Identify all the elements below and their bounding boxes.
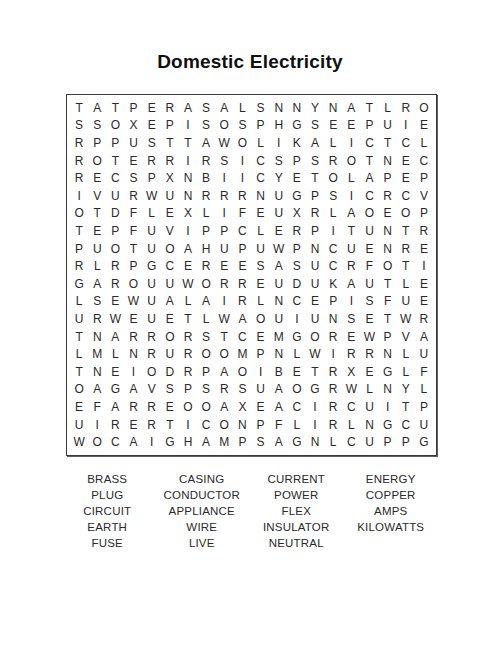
grid-cell-r5c16: L [342,169,360,187]
grid-cell-r3c7: T [179,134,197,152]
grid-cell-r4c15: R [324,152,342,170]
grid-cell-r13c7: T [179,310,197,328]
grid-cell-r15c15: I [324,345,342,363]
grid-cell-r6c8: R [197,187,215,205]
grid-cell-r13c11: O [251,310,269,328]
grid-cell-r4c1: R [70,152,88,170]
grid-cell-r6c10: R [233,187,251,205]
grid-cell-r11c4: O [124,275,142,293]
grid-cell-r13c3: W [106,310,124,328]
grid-cell-r10c3: R [106,257,124,275]
worksheet-page: Domestic Electricity TATPERASALSNNYNATLR… [0,0,500,647]
grid-cell-r9c7: A [179,240,197,258]
grid-cell-r1c4: P [124,99,142,117]
grid-cell-r1c10: L [233,99,251,117]
word-item: COPPER [366,487,416,503]
grid-cell-r8c10: C [233,222,251,240]
grid-cell-r5c13: E [288,169,306,187]
grid-cell-r8c13: R [288,222,306,240]
grid-cell-r3c15: L [324,134,342,152]
grid-cell-r18c15: R [324,398,342,416]
grid-cell-r9c16: U [342,240,360,258]
grid-cell-r20c19: P [397,433,415,451]
grid-cell-r2c12: H [270,117,288,135]
grid-cell-r4c19: E [397,152,415,170]
grid-cell-r15c20: U [415,345,433,363]
grid-cell-r13c15: N [324,310,342,328]
grid-cell-r12c16: I [342,293,360,311]
grid-cell-r17c12: A [270,381,288,399]
grid-cell-r15c10: M [233,345,251,363]
grid-cell-r9c11: U [251,240,269,258]
grid-cell-r4c16: O [342,152,360,170]
grid-cell-r10c4: P [124,257,142,275]
word-item: LIVE [189,535,215,551]
grid-cell-r5c12: Y [270,169,288,187]
grid-cell-r3c18: T [379,134,397,152]
grid-cell-r4c5: R [143,152,161,170]
grid-cell-r11c19: L [397,275,415,293]
grid-cell-r15c4: N [124,345,142,363]
grid-cell-r16c1: T [70,363,88,381]
grid-cell-r14c8: S [197,328,215,346]
grid-cell-r16c2: N [88,363,106,381]
word-item: CASING [179,471,224,487]
grid-cell-r16c19: L [397,363,415,381]
grid-cell-r1c16: A [342,99,360,117]
grid-cell-r9c18: N [379,240,397,258]
grid-cell-r20c11: S [251,433,269,451]
grid-cell-r8c9: P [215,222,233,240]
grid-cell-r9c14: N [306,240,324,258]
grid-cell-r2c15: E [324,117,342,135]
grid-cell-r7c18: E [379,205,397,223]
grid-cell-r13c5: U [143,310,161,328]
grid-cell-r13c6: E [161,310,179,328]
grid-cell-r14c14: O [306,328,324,346]
grid-cell-r17c11: U [251,381,269,399]
grid-cell-r11c6: U [161,275,179,293]
grid-cell-r20c6: G [161,433,179,451]
grid-cell-r8c14: P [306,222,324,240]
grid-cell-r7c20: P [415,205,433,223]
grid-cell-r17c5: V [143,381,161,399]
grid-cell-r13c9: W [215,310,233,328]
grid-cell-r6c20: V [415,187,433,205]
grid-cell-r12c5: U [143,293,161,311]
grid-cell-r10c11: S [251,257,269,275]
grid-cell-r7c14: R [306,205,324,223]
grid-cell-r13c18: T [379,310,397,328]
grid-cell-r3c9: W [215,134,233,152]
word-list-column-1: BRASSPLUGCIRCUITEARTHFUSE [60,471,155,551]
grid-cell-r16c10: O [233,363,251,381]
grid-cell-r20c20: G [415,433,433,451]
grid-cell-r12c1: L [70,293,88,311]
grid-cell-r11c18: T [379,275,397,293]
grid-cell-r16c13: E [288,363,306,381]
grid-cell-r13c13: I [288,310,306,328]
grid-cell-r13c16: S [342,310,360,328]
grid-cell-r6c7: N [179,187,197,205]
grid-cell-r15c12: N [270,345,288,363]
grid-cell-r8c3: P [106,222,124,240]
grid-cell-r5c5: P [143,169,161,187]
grid-cell-r12c4: W [124,293,142,311]
grid-cell-r6c6: U [161,187,179,205]
grid-cell-r10c13: S [288,257,306,275]
grid-cell-r8c17: U [360,222,378,240]
grid-cell-r2c18: U [379,117,397,135]
grid-cell-r14c13: G [288,328,306,346]
grid-cell-r4c14: S [306,152,324,170]
grid-cell-r7c19: O [397,205,415,223]
grid-cell-r6c5: W [143,187,161,205]
grid-cell-r14c10: C [233,328,251,346]
grid-cell-r3c14: A [306,134,324,152]
grid-cell-r17c15: R [324,381,342,399]
grid-cell-r5c3: C [106,169,124,187]
grid-cell-r17c3: G [106,381,124,399]
grid-cell-r15c11: P [251,345,269,363]
grid-cell-r6c9: R [215,187,233,205]
grid-cell-r5c18: P [379,169,397,187]
grid-cell-r3c13: K [288,134,306,152]
word-item: CURRENT [267,471,325,487]
grid-cell-r9c12: W [270,240,288,258]
word-list: BRASSPLUGCIRCUITEARTHFUSECASINGCONDUCTOR… [60,471,438,551]
grid-cell-r3c10: O [233,134,251,152]
grid-cell-r12c3: E [106,293,124,311]
grid-cell-r20c5: I [143,433,161,451]
grid-cell-r10c15: C [324,257,342,275]
grid-cell-r19c8: C [197,416,215,434]
grid-cell-r14c19: V [397,328,415,346]
grid-cell-r8c15: I [324,222,342,240]
grid-cell-r11c9: R [215,275,233,293]
grid-cell-r4c10: I [233,152,251,170]
grid-cell-r18c18: I [379,398,397,416]
grid-cell-r15c16: R [342,345,360,363]
grid-cell-r9c1: P [70,240,88,258]
grid-cell-r4c7: I [179,152,197,170]
grid-cell-r6c18: R [379,187,397,205]
grid-cell-r3c11: L [251,134,269,152]
grid-cell-r7c12: U [270,205,288,223]
grid-cell-r18c6: E [161,398,179,416]
grid-cell-r11c7: W [179,275,197,293]
grid-cell-r11c3: R [106,275,124,293]
grid-cell-r8c7: I [179,222,197,240]
grid-cell-r11c14: U [306,275,324,293]
grid-cell-r1c13: N [288,99,306,117]
grid-cell-r11c15: K [324,275,342,293]
grid-cell-r6c14: P [306,187,324,205]
grid-cell-r4c17: T [360,152,378,170]
grid-cell-r16c7: R [179,363,197,381]
word-list-column-2: CASINGCONDUCTORAPPLIANCEWIRELIVE [155,471,250,551]
grid-cell-r5c1: R [70,169,88,187]
word-item: AMPS [374,503,407,519]
grid-cell-r2c4: X [124,117,142,135]
grid-cell-r11c20: E [415,275,433,293]
grid-cell-r7c4: F [124,205,142,223]
grid-cell-r2c5: E [143,117,161,135]
grid-cell-r15c1: L [70,345,88,363]
grid-cell-r1c7: A [179,99,197,117]
grid-cell-r13c20: R [415,310,433,328]
grid-cell-r9c8: H [197,240,215,258]
grid-cell-r20c15: L [324,433,342,451]
word-item: ENERGY [366,471,416,487]
word-item: KILOWATTS [357,519,424,535]
grid-cell-r12c12: N [270,293,288,311]
grid-cell-r4c11: C [251,152,269,170]
grid-cell-r1c5: E [143,99,161,117]
grid-cell-r10c14: U [306,257,324,275]
grid-cell-r18c14: I [306,398,324,416]
grid-cell-r2c11: P [251,117,269,135]
grid-cell-r8c2: E [88,222,106,240]
grid-cell-r20c13: G [288,433,306,451]
grid-cell-r16c5: O [143,363,161,381]
grid-cell-r18c19: T [397,398,415,416]
grid-cell-r1c12: N [270,99,288,117]
grid-cell-r1c3: T [106,99,124,117]
grid-cell-r2c1: S [70,117,88,135]
grid-cell-r7c17: O [360,205,378,223]
grid-cell-r1c17: T [360,99,378,117]
grid-cell-r14c3: A [106,328,124,346]
grid-cell-r19c3: R [106,416,124,434]
grid-cell-r18c3: A [106,398,124,416]
grid-cell-r13c14: U [306,310,324,328]
grid-cell-r3c5: S [143,134,161,152]
grid-cell-r15c19: L [397,345,415,363]
grid-cell-r9c3: O [106,240,124,258]
grid-cell-r14c11: E [251,328,269,346]
grid-cell-r18c20: P [415,398,433,416]
grid-cell-r9c19: R [397,240,415,258]
grid-cell-r9c6: O [161,240,179,258]
grid-cell-r6c2: V [88,187,106,205]
word-item: INSULATOR [263,519,330,535]
word-item: PLUG [91,487,123,503]
grid-cell-r10c2: L [88,257,106,275]
grid-cell-r10c5: G [143,257,161,275]
grid-cell-r17c19: Y [397,381,415,399]
grid-cell-r2c17: P [360,117,378,135]
grid-cell-r7c6: E [161,205,179,223]
grid-cell-r12c14: E [306,293,324,311]
grid-cell-r19c7: I [179,416,197,434]
word-item: FUSE [92,535,123,551]
grid-cell-r20c8: A [197,433,215,451]
grid-cell-r2c16: E [342,117,360,135]
grid-cell-r9c13: P [288,240,306,258]
grid-cell-r5c9: I [215,169,233,187]
grid-cell-r1c15: N [324,99,342,117]
grid-cell-r19c13: L [288,416,306,434]
grid-cell-r5c15: O [324,169,342,187]
grid-cell-r12c19: U [397,293,415,311]
grid-cell-r1c18: L [379,99,397,117]
grid-cell-r8c12: E [270,222,288,240]
grid-cell-r3c8: A [197,134,215,152]
grid-cell-r1c8: S [197,99,215,117]
grid-cell-r2c2: S [88,117,106,135]
grid-cell-r17c18: N [379,381,397,399]
grid-cell-r15c2: M [88,345,106,363]
grid-cell-r15c14: W [306,345,324,363]
word-item: CONDUCTOR [164,487,240,503]
grid-cell-r14c5: R [143,328,161,346]
grid-cell-r14c6: O [161,328,179,346]
grid-cell-r18c7: O [179,398,197,416]
grid-cell-r11c12: U [270,275,288,293]
grid-cell-r17c1: O [70,381,88,399]
grid-cell-r9c20: E [415,240,433,258]
grid-cell-r15c6: U [161,345,179,363]
grid-cell-r8c19: T [397,222,415,240]
grid-cell-r20c1: W [70,433,88,451]
grid-cell-r4c8: R [197,152,215,170]
word-list-column-4: ENERGYCOPPERAMPSKILOWATTS [344,471,439,551]
grid-cell-r11c5: U [143,275,161,293]
grid-cell-r8c20: R [415,222,433,240]
grid-cell-r19c12: F [270,416,288,434]
grid-cell-r17c16: W [342,381,360,399]
grid-cell-r17c10: S [233,381,251,399]
grid-cell-r4c6: R [161,152,179,170]
word-item: NEUTRAL [269,535,324,551]
grid-cell-r4c20: C [415,152,433,170]
grid-cell-r15c17: R [360,345,378,363]
grid-cell-r5c7: N [179,169,197,187]
grid-cell-r17c6: S [161,381,179,399]
grid-cell-r5c19: E [397,169,415,187]
grid-cell-r3c6: T [161,134,179,152]
grid-cell-r12c10: R [233,293,251,311]
grid-cell-r16c14: T [306,363,324,381]
word-list-column-3: CURRENTPOWERFLEXINSULATORNEUTRAL [249,471,344,551]
grid-cell-r14c1: T [70,328,88,346]
grid-cell-r3c20: L [415,134,433,152]
grid-cell-r3c17: C [360,134,378,152]
grid-cell-r15c18: N [379,345,397,363]
grid-cell-r19c5: R [143,416,161,434]
grid-cell-r16c4: I [124,363,142,381]
grid-cell-r11c10: R [233,275,251,293]
word-item: WIRE [186,519,217,535]
grid-cell-r18c16: C [342,398,360,416]
grid-cell-r6c16: I [342,187,360,205]
grid-cell-r7c10: F [233,205,251,223]
grid-cell-r16c12: B [270,363,288,381]
grid-cell-r6c13: G [288,187,306,205]
grid-cell-r14c18: P [379,328,397,346]
grid-cell-r9c10: P [233,240,251,258]
grid-cell-r8c8: P [197,222,215,240]
grid-cell-r4c12: S [270,152,288,170]
grid-cell-r5c8: B [197,169,215,187]
grid-cell-r20c16: C [342,433,360,451]
grid-cell-r5c14: T [306,169,324,187]
grid-cell-r10c18: O [379,257,397,275]
grid-cell-r10c19: T [397,257,415,275]
grid-cell-r8c18: N [379,222,397,240]
grid-cell-r15c5: R [143,345,161,363]
grid-cell-r19c17: N [360,416,378,434]
grid-cell-r6c1: I [70,187,88,205]
grid-cell-r19c18: G [379,416,397,434]
grid-cell-r2c8: S [197,117,215,135]
word-item: CIRCUIT [83,503,131,519]
grid-cell-r12c6: A [161,293,179,311]
grid-cell-r19c15: R [324,416,342,434]
grid-cell-r2c6: P [161,117,179,135]
grid-cell-r17c2: A [88,381,106,399]
grid-cell-r20c2: O [88,433,106,451]
grid-cell-r3c16: I [342,134,360,152]
grid-cell-r11c11: E [251,275,269,293]
grid-cell-r1c6: R [161,99,179,117]
grid-cell-r8c11: L [251,222,269,240]
grid-cell-r3c4: U [124,134,142,152]
grid-cell-r15c3: L [106,345,124,363]
grid-cell-r1c9: A [215,99,233,117]
grid-cell-r19c19: C [397,416,415,434]
grid-cell-r5c4: S [124,169,142,187]
grid-cell-r18c5: R [143,398,161,416]
grid-cell-r10c7: E [179,257,197,275]
grid-cell-r20c12: A [270,433,288,451]
grid-cell-r7c3: D [106,205,124,223]
grid-cell-r16c18: G [379,363,397,381]
letter-grid: TATPERASALSNNYNATLROSSOXEPISOSPHGSEEPUIE… [66,94,437,456]
grid-cell-r14c17: W [360,328,378,346]
grid-cell-r14c7: R [179,328,197,346]
grid-cell-r1c19: R [397,99,415,117]
grid-cell-r16c8: P [197,363,215,381]
grid-cell-r2c9: O [215,117,233,135]
grid-cell-r19c4: E [124,416,142,434]
grid-cell-r7c5: L [143,205,161,223]
grid-cell-r6c4: R [124,187,142,205]
grid-cell-r4c9: S [215,152,233,170]
grid-cell-r18c8: O [197,398,215,416]
grid-cell-r9c15: C [324,240,342,258]
grid-cell-r15c13: L [288,345,306,363]
grid-cell-r14c4: R [124,328,142,346]
grid-cell-r5c11: C [251,169,269,187]
grid-cell-r2c13: G [288,117,306,135]
grid-cell-r13c4: E [124,310,142,328]
grid-cell-r14c16: E [342,328,360,346]
grid-cell-r16c20: F [415,363,433,381]
grid-cell-r9c5: U [143,240,161,258]
grid-cell-r20c18: P [379,433,397,451]
grid-cell-r17c7: P [179,381,197,399]
grid-cell-r8c6: V [161,222,179,240]
grid-cell-r3c1: R [70,134,88,152]
grid-cell-r7c13: X [288,205,306,223]
grid-cell-r2c10: S [233,117,251,135]
grid-cell-r17c13: O [288,381,306,399]
grid-cell-r18c13: C [288,398,306,416]
grid-cell-r13c10: A [233,310,251,328]
grid-cell-r20c4: A [124,433,142,451]
